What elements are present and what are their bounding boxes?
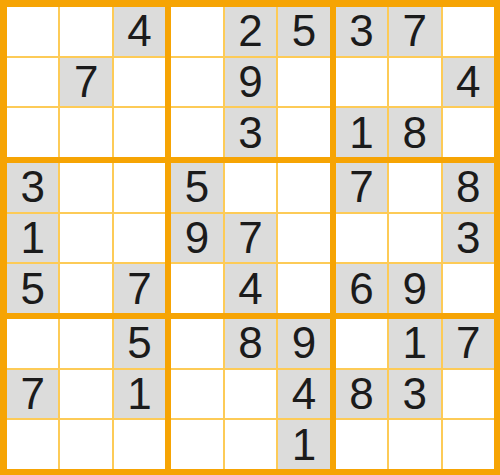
cell-r3c6[interactable] <box>278 108 329 157</box>
cell-r3c2[interactable] <box>60 108 111 157</box>
cell-r4c2[interactable] <box>60 163 111 212</box>
cell-r6c2[interactable] <box>60 264 111 313</box>
cell-r1c2[interactable] <box>60 7 111 56</box>
cell-r2c9[interactable]: 4 <box>443 58 494 107</box>
cell-r5c3[interactable] <box>114 214 165 263</box>
cell-r3c4[interactable] <box>171 108 222 157</box>
cell-r6c9[interactable] <box>443 264 494 313</box>
cell-r4c1[interactable]: 3 <box>7 163 58 212</box>
cell-r7c4[interactable] <box>171 319 222 368</box>
cell-r7c9[interactable]: 7 <box>443 319 494 368</box>
cell-r2c2[interactable]: 7 <box>60 58 111 107</box>
cell-r6c4[interactable] <box>171 264 222 313</box>
cell-r5c7[interactable] <box>336 214 387 263</box>
cell-r3c7[interactable]: 1 <box>336 108 387 157</box>
cell-r2c4[interactable] <box>171 58 222 107</box>
cell-r2c5[interactable]: 9 <box>225 58 276 107</box>
cell-r9c4[interactable] <box>171 420 222 469</box>
cell-r5c8[interactable] <box>389 214 440 263</box>
cell-r8c4[interactable] <box>171 370 222 419</box>
box-6: 78369 <box>336 163 494 313</box>
cell-r9c7[interactable] <box>336 420 387 469</box>
cell-r8c9[interactable] <box>443 370 494 419</box>
cell-r2c7[interactable] <box>336 58 387 107</box>
cell-r8c3[interactable]: 1 <box>114 370 165 419</box>
cell-r4c4[interactable]: 5 <box>171 163 222 212</box>
cell-r9c9[interactable] <box>443 420 494 469</box>
cell-r7c5[interactable]: 8 <box>225 319 276 368</box>
sudoku-board: 47259337418315759747836957189411783 <box>0 0 500 475</box>
cell-r3c8[interactable]: 8 <box>389 108 440 157</box>
cell-r6c1[interactable]: 5 <box>7 264 58 313</box>
box-8: 8941 <box>171 319 329 469</box>
cell-r2c8[interactable] <box>389 58 440 107</box>
cell-r5c1[interactable]: 1 <box>7 214 58 263</box>
cell-r1c7[interactable]: 3 <box>336 7 387 56</box>
box-9: 1783 <box>336 319 494 469</box>
cell-r4c8[interactable] <box>389 163 440 212</box>
box-1: 47 <box>7 7 165 157</box>
cell-r9c6[interactable]: 1 <box>278 420 329 469</box>
box-4: 3157 <box>7 163 165 313</box>
cell-r5c4[interactable]: 9 <box>171 214 222 263</box>
cell-r1c5[interactable]: 2 <box>225 7 276 56</box>
cell-r2c1[interactable] <box>7 58 58 107</box>
cell-r7c6[interactable]: 9 <box>278 319 329 368</box>
cell-r9c3[interactable] <box>114 420 165 469</box>
cell-r8c5[interactable] <box>225 370 276 419</box>
cell-r9c1[interactable] <box>7 420 58 469</box>
cell-r5c6[interactable] <box>278 214 329 263</box>
cell-r3c1[interactable] <box>7 108 58 157</box>
cell-r5c2[interactable] <box>60 214 111 263</box>
cell-r5c5[interactable]: 7 <box>225 214 276 263</box>
cell-r3c3[interactable] <box>114 108 165 157</box>
cell-r7c1[interactable] <box>7 319 58 368</box>
box-5: 5974 <box>171 163 329 313</box>
cell-r6c8[interactable]: 9 <box>389 264 440 313</box>
cell-r9c8[interactable] <box>389 420 440 469</box>
cell-r2c3[interactable] <box>114 58 165 107</box>
cell-r7c8[interactable]: 1 <box>389 319 440 368</box>
cell-r8c1[interactable]: 7 <box>7 370 58 419</box>
cell-r9c5[interactable] <box>225 420 276 469</box>
cell-r4c9[interactable]: 8 <box>443 163 494 212</box>
box-2: 2593 <box>171 7 329 157</box>
cell-r4c3[interactable] <box>114 163 165 212</box>
cell-r7c2[interactable] <box>60 319 111 368</box>
cell-r4c6[interactable] <box>278 163 329 212</box>
box-3: 37418 <box>336 7 494 157</box>
cell-r1c8[interactable]: 7 <box>389 7 440 56</box>
cell-r8c2[interactable] <box>60 370 111 419</box>
cell-r8c8[interactable]: 3 <box>389 370 440 419</box>
cell-r7c3[interactable]: 5 <box>114 319 165 368</box>
cell-r6c3[interactable]: 7 <box>114 264 165 313</box>
cell-r6c7[interactable]: 6 <box>336 264 387 313</box>
cell-r3c9[interactable] <box>443 108 494 157</box>
cell-r7c7[interactable] <box>336 319 387 368</box>
box-7: 571 <box>7 319 165 469</box>
cell-r6c5[interactable]: 4 <box>225 264 276 313</box>
cell-r1c6[interactable]: 5 <box>278 7 329 56</box>
cell-r9c2[interactable] <box>60 420 111 469</box>
cell-r1c9[interactable] <box>443 7 494 56</box>
cell-r6c6[interactable] <box>278 264 329 313</box>
cell-r1c4[interactable] <box>171 7 222 56</box>
cell-r1c3[interactable]: 4 <box>114 7 165 56</box>
cell-r8c6[interactable]: 4 <box>278 370 329 419</box>
cell-r8c7[interactable]: 8 <box>336 370 387 419</box>
cell-r4c5[interactable] <box>225 163 276 212</box>
cell-r1c1[interactable] <box>7 7 58 56</box>
cell-r5c9[interactable]: 3 <box>443 214 494 263</box>
cell-r4c7[interactable]: 7 <box>336 163 387 212</box>
cell-r3c5[interactable]: 3 <box>225 108 276 157</box>
cell-r2c6[interactable] <box>278 58 329 107</box>
